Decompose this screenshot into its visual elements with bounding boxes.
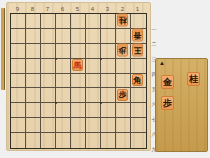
board-cell-6-3[interactable] — [56, 44, 71, 59]
board-cell-6-5[interactable] — [56, 74, 71, 89]
board-cell-2-4[interactable] — [116, 59, 131, 74]
board-cell-2-8[interactable] — [116, 118, 131, 133]
sente-piece-5-4[interactable]: 馬 — [72, 59, 83, 72]
file-label-1: 1 — [130, 5, 145, 13]
sente-piece-1-5[interactable]: 角 — [132, 74, 143, 87]
board-cell-4-3[interactable] — [86, 44, 101, 59]
board-cell-6-2[interactable] — [56, 29, 71, 44]
board-cell-8-5[interactable] — [26, 74, 41, 89]
board-cell-9-8[interactable] — [11, 118, 26, 133]
board-cell-5-6[interactable] — [71, 88, 86, 103]
file-label-3: 3 — [100, 5, 115, 13]
star-point — [100, 58, 102, 60]
board-cell-3-3[interactable] — [101, 44, 116, 59]
board-cell-2-7[interactable] — [116, 103, 131, 118]
board-cell-4-5[interactable] — [86, 74, 101, 89]
board-cell-5-9[interactable] — [71, 133, 86, 148]
shogi-board: 987654321 桂香歩王馬角歩 — [6, 2, 151, 151]
sente-piece-2-6[interactable]: 歩 — [117, 89, 128, 102]
star-point — [55, 58, 57, 60]
gote-piece-stand-edge — [1, 8, 5, 90]
board-cell-9-6[interactable] — [11, 88, 26, 103]
board-cell-1-4[interactable] — [131, 59, 146, 74]
file-label-9: 9 — [10, 5, 25, 13]
rank-label-1: 一 — [151, 26, 157, 32]
board-cell-3-2[interactable] — [101, 29, 116, 44]
board-cell-7-9[interactable] — [41, 133, 56, 148]
board-cell-4-8[interactable] — [86, 118, 101, 133]
board-cell-9-2[interactable] — [11, 29, 26, 44]
board-cell-3-1[interactable] — [101, 14, 116, 29]
board-cell-1-9[interactable] — [131, 133, 146, 148]
board-cell-7-7[interactable] — [41, 103, 56, 118]
board-cell-6-6[interactable] — [56, 88, 71, 103]
board-cell-9-3[interactable] — [11, 44, 26, 59]
file-label-8: 8 — [25, 5, 40, 13]
file-label-4: 4 — [85, 5, 100, 13]
board-cell-5-5[interactable] — [71, 74, 86, 89]
gote-piece-2-1[interactable]: 桂 — [117, 14, 128, 27]
board-cell-9-7[interactable] — [11, 103, 26, 118]
board-cell-9-5[interactable] — [11, 74, 26, 89]
board-cell-8-4[interactable] — [26, 59, 41, 74]
board-cell-6-7[interactable] — [56, 103, 71, 118]
board-cell-7-3[interactable] — [41, 44, 56, 59]
file-label-2: 2 — [115, 5, 130, 13]
board-cell-3-6[interactable] — [101, 88, 116, 103]
hand-piece-1[interactable]: 桂 — [187, 72, 200, 86]
board-cell-2-9[interactable] — [116, 133, 131, 148]
board-cell-9-9[interactable] — [11, 133, 26, 148]
board-cell-4-6[interactable] — [86, 88, 101, 103]
board-cell-3-9[interactable] — [101, 133, 116, 148]
board-cell-3-7[interactable] — [101, 103, 116, 118]
gote-piece-1-3[interactable]: 王 — [132, 44, 143, 57]
board-cell-4-4[interactable] — [86, 59, 101, 74]
file-label-6: 6 — [55, 5, 70, 13]
board-cell-8-8[interactable] — [26, 118, 41, 133]
gote-piece-2-3[interactable]: 歩 — [117, 44, 128, 57]
board-cell-1-6[interactable] — [131, 88, 146, 103]
file-label-5: 5 — [70, 5, 85, 13]
board-grid — [10, 13, 147, 149]
sente-to-move-marker: ▲ — [159, 60, 165, 67]
board-cell-7-8[interactable] — [41, 118, 56, 133]
file-label-7: 7 — [40, 5, 55, 13]
board-cell-2-2[interactable] — [116, 29, 131, 44]
rank-label-2: 二 — [151, 41, 157, 47]
board-cell-5-8[interactable] — [71, 118, 86, 133]
board-cell-5-3[interactable] — [71, 44, 86, 59]
board-cell-7-6[interactable] — [41, 88, 56, 103]
board-cell-2-5[interactable] — [116, 74, 131, 89]
board-cell-3-5[interactable] — [101, 74, 116, 89]
board-cell-5-1[interactable] — [71, 14, 86, 29]
gote-piece-1-2[interactable]: 香 — [132, 29, 143, 42]
hand-piece-2[interactable]: 歩 — [161, 96, 174, 110]
board-cell-9-1[interactable] — [11, 14, 26, 29]
board-cell-5-2[interactable] — [71, 29, 86, 44]
board-cell-7-2[interactable] — [41, 29, 56, 44]
board-cell-1-8[interactable] — [131, 118, 146, 133]
board-cell-7-5[interactable] — [41, 74, 56, 89]
board-cell-6-1[interactable] — [56, 14, 71, 29]
board-cell-3-8[interactable] — [101, 118, 116, 133]
sente-piece-stand: ▲ 金桂歩 — [155, 58, 208, 152]
board-cell-8-7[interactable] — [26, 103, 41, 118]
board-cell-8-2[interactable] — [26, 29, 41, 44]
board-cell-3-4[interactable] — [101, 59, 116, 74]
board-cell-7-1[interactable] — [41, 14, 56, 29]
board-cell-8-9[interactable] — [26, 133, 41, 148]
file-labels: 987654321 — [10, 5, 145, 13]
board-cell-5-7[interactable] — [71, 103, 86, 118]
board-cell-4-9[interactable] — [86, 133, 101, 148]
board-cell-4-1[interactable] — [86, 14, 101, 29]
shogi-app: 987654321 桂香歩王馬角歩 一二三四五六七八九 ▲ 金桂歩 — [0, 0, 210, 158]
board-cell-9-4[interactable] — [11, 59, 26, 74]
board-cell-4-2[interactable] — [86, 29, 101, 44]
board-cell-8-3[interactable] — [26, 44, 41, 59]
board-cell-7-4[interactable] — [41, 59, 56, 74]
board-cell-6-9[interactable] — [56, 133, 71, 148]
board-cell-4-7[interactable] — [86, 103, 101, 118]
board-cell-8-1[interactable] — [26, 14, 41, 29]
board-cell-1-1[interactable] — [131, 14, 146, 29]
board-cell-6-8[interactable] — [56, 118, 71, 133]
board-cell-1-7[interactable] — [131, 103, 146, 118]
board-cell-8-6[interactable] — [26, 88, 41, 103]
hand-piece-0[interactable]: 金 — [161, 75, 174, 89]
board-cell-6-4[interactable] — [56, 59, 71, 74]
